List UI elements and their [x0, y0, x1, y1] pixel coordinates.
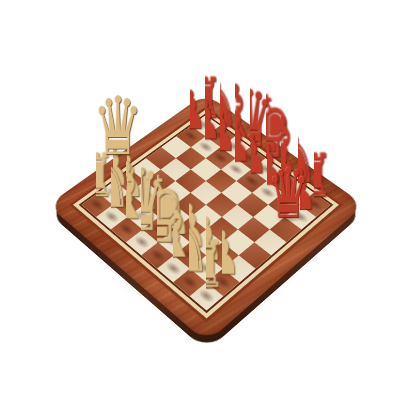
chess-set-photo: ♜♞♝♛♚♝♞♜♟♟♟♟♟♟♟♟♟♟♟♟♟♟♟♟♜♞♝♛♚♝♞♜ ♛ ♛ [0, 0, 400, 399]
red-queen-icon: ♛ [267, 160, 310, 228]
white-queen-icon: ♛ [93, 87, 143, 167]
chess-scene: ♜♞♝♛♚♝♞♜♟♟♟♟♟♟♟♟♟♟♟♟♟♟♟♟♜♞♝♛♚♝♞♜ [0, 0, 400, 399]
white-rook-icon: ♜ [186, 232, 225, 297]
